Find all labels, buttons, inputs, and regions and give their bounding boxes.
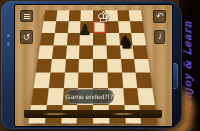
phone-sensor-dot [7,34,10,37]
square-b6[interactable] [53,33,67,45]
edge-engraving [42,113,68,115]
square-e7[interactable] [93,21,106,33]
game-status-toast: Game ended?!? [65,89,114,104]
square-f4[interactable] [107,59,122,73]
square-e5[interactable] [93,45,107,58]
square-d4[interactable] [79,59,93,73]
rotate-board-button[interactable]: ↺ [20,30,33,44]
square-h7[interactable] [130,21,144,33]
chessboard-grid [28,10,157,123]
menu-button[interactable] [20,10,33,22]
square-c4[interactable] [64,59,79,73]
square-e6[interactable] [93,33,106,45]
chess-app-screen: ♔ ♟ ♞ ↺ ↶ i Game ended?!? [14,4,173,127]
square-d7[interactable] [80,21,93,33]
square-f5[interactable] [106,45,120,58]
square-d3[interactable] [78,73,93,89]
promo-screenshot: Enjoy & Learn ♔ ♟ ♞ ↺ ↶ [0,0,200,131]
square-c5[interactable] [66,45,80,58]
square-f7[interactable] [105,21,118,33]
square-b8[interactable] [56,10,69,21]
square-h2[interactable] [138,88,155,105]
square-d6[interactable] [80,33,93,45]
square-b7[interactable] [55,21,69,33]
square-f6[interactable] [106,33,120,45]
square-h5[interactable] [133,45,148,58]
phone-frame: ♔ ♟ ♞ ↺ ↶ i Game ended?!? [1,1,182,129]
square-b4[interactable] [50,59,65,73]
square-h6[interactable] [131,33,146,45]
watermark-text: Enjoy & Learn [182,8,198,120]
square-c7[interactable] [67,21,80,33]
square-h4[interactable] [134,59,150,73]
info-button[interactable]: i [154,30,165,44]
square-c8[interactable] [68,10,81,21]
info-icon: i [158,33,161,41]
chessboard-3d [38,4,148,126]
square-c6[interactable] [66,33,80,45]
back-arrow-icon: ↶ [156,12,164,21]
square-e3[interactable] [93,73,108,89]
square-c3[interactable] [63,73,78,89]
edge-engraving [112,113,134,115]
square-d5[interactable] [79,45,93,58]
square-h3[interactable] [136,73,153,89]
square-f3[interactable] [107,73,122,89]
square-e8[interactable] [93,10,105,21]
phone-sensor-dot [7,42,10,46]
square-h8[interactable] [129,10,143,21]
square-e4[interactable] [93,59,107,73]
square-d8[interactable] [81,10,93,21]
board-front-edge [24,110,162,118]
square-f8[interactable] [105,10,118,21]
circular-arrow-icon: ↺ [23,33,31,42]
square-b3[interactable] [48,73,64,89]
hamburger-icon [24,14,30,19]
square-b5[interactable] [52,45,67,58]
undo-button[interactable]: ↶ [153,10,166,23]
square-b2[interactable] [47,88,64,105]
